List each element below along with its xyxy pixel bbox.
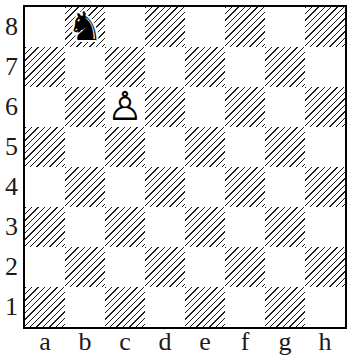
- file-labels: abcdefgh: [25, 328, 345, 356]
- square-b4[interactable]: [65, 167, 105, 207]
- rank-label-5: 5: [0, 127, 23, 167]
- square-c1[interactable]: [105, 287, 145, 327]
- file-label-h: h: [305, 328, 345, 356]
- square-f3[interactable]: [225, 207, 265, 247]
- square-g5[interactable]: [265, 127, 305, 167]
- square-b6[interactable]: [65, 87, 105, 127]
- file-label-f: f: [225, 328, 265, 356]
- square-f1[interactable]: [225, 287, 265, 327]
- square-h5[interactable]: [305, 127, 345, 167]
- square-g3[interactable]: [265, 207, 305, 247]
- square-g1[interactable]: [265, 287, 305, 327]
- file-label-b: b: [65, 328, 105, 356]
- square-f5[interactable]: [225, 127, 265, 167]
- square-a2[interactable]: [25, 247, 65, 287]
- square-a5[interactable]: [25, 127, 65, 167]
- square-a7[interactable]: [25, 47, 65, 87]
- square-d3[interactable]: [145, 207, 185, 247]
- rank-label-3: 3: [0, 207, 23, 247]
- file-label-g: g: [265, 328, 305, 356]
- square-b1[interactable]: [65, 287, 105, 327]
- rank-label-7: 7: [0, 47, 23, 87]
- square-e4[interactable]: [185, 167, 225, 207]
- square-c3[interactable]: [105, 207, 145, 247]
- file-label-d: d: [145, 328, 185, 356]
- square-a1[interactable]: [25, 287, 65, 327]
- square-a3[interactable]: [25, 207, 65, 247]
- square-g7[interactable]: [265, 47, 305, 87]
- rank-labels: 87654321: [0, 7, 23, 327]
- file-label-a: a: [25, 328, 65, 356]
- square-h7[interactable]: [305, 47, 345, 87]
- square-d5[interactable]: [145, 127, 185, 167]
- square-e7[interactable]: [185, 47, 225, 87]
- square-f8[interactable]: [225, 7, 265, 47]
- square-f6[interactable]: [225, 87, 265, 127]
- square-d7[interactable]: [145, 47, 185, 87]
- square-c8[interactable]: [105, 7, 145, 47]
- square-b8[interactable]: ♞: [65, 7, 105, 47]
- chess-diagram: 87654321 ♞♙ abcdefgh: [0, 0, 349, 356]
- square-h1[interactable]: [305, 287, 345, 327]
- square-b3[interactable]: [65, 207, 105, 247]
- square-c4[interactable]: [105, 167, 145, 207]
- square-b5[interactable]: [65, 127, 105, 167]
- square-f4[interactable]: [225, 167, 265, 207]
- square-a8[interactable]: [25, 7, 65, 47]
- rank-label-8: 8: [0, 7, 23, 47]
- white-pawn[interactable]: ♙: [107, 86, 143, 126]
- square-h3[interactable]: [305, 207, 345, 247]
- file-label-c: c: [105, 328, 145, 356]
- square-e3[interactable]: [185, 207, 225, 247]
- square-f7[interactable]: [225, 47, 265, 87]
- square-f2[interactable]: [225, 247, 265, 287]
- square-b7[interactable]: [65, 47, 105, 87]
- square-b2[interactable]: [65, 247, 105, 287]
- square-g6[interactable]: [265, 87, 305, 127]
- square-d6[interactable]: [145, 87, 185, 127]
- rank-label-4: 4: [0, 167, 23, 207]
- square-h6[interactable]: [305, 87, 345, 127]
- file-label-e: e: [185, 328, 225, 356]
- square-a4[interactable]: [25, 167, 65, 207]
- square-e8[interactable]: [185, 7, 225, 47]
- square-a6[interactable]: [25, 87, 65, 127]
- square-g8[interactable]: [265, 7, 305, 47]
- chess-board: ♞♙: [23, 5, 347, 329]
- square-c7[interactable]: [105, 47, 145, 87]
- square-h4[interactable]: [305, 167, 345, 207]
- square-g2[interactable]: [265, 247, 305, 287]
- rank-label-6: 6: [0, 87, 23, 127]
- square-c2[interactable]: [105, 247, 145, 287]
- square-d8[interactable]: [145, 7, 185, 47]
- square-d4[interactable]: [145, 167, 185, 207]
- square-c5[interactable]: [105, 127, 145, 167]
- square-d2[interactable]: [145, 247, 185, 287]
- square-h2[interactable]: [305, 247, 345, 287]
- square-e1[interactable]: [185, 287, 225, 327]
- rank-label-2: 2: [0, 247, 23, 287]
- square-e5[interactable]: [185, 127, 225, 167]
- square-g4[interactable]: [265, 167, 305, 207]
- black-knight[interactable]: ♞: [67, 6, 103, 46]
- square-c6[interactable]: ♙: [105, 87, 145, 127]
- square-e2[interactable]: [185, 247, 225, 287]
- rank-label-1: 1: [0, 287, 23, 327]
- square-e6[interactable]: [185, 87, 225, 127]
- square-d1[interactable]: [145, 287, 185, 327]
- square-h8[interactable]: [305, 7, 345, 47]
